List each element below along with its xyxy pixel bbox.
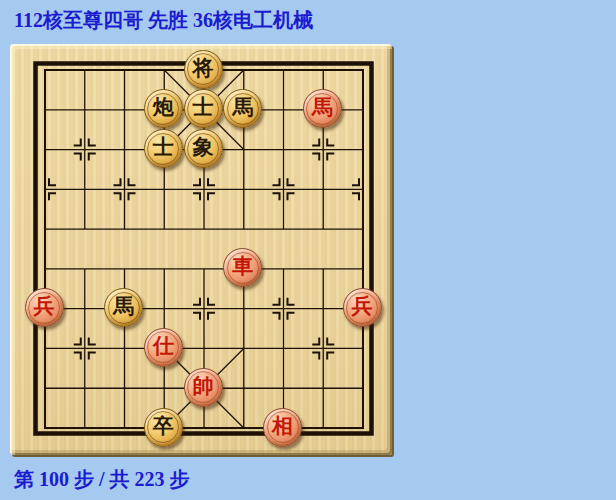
piece-red-chariot[interactable]: 車 xyxy=(223,248,262,287)
match-title: 112核至尊四哥 先胜 36核电工机械 xyxy=(14,7,313,34)
piece-red-soldier[interactable]: 兵 xyxy=(25,288,64,327)
piece-character: 馬 xyxy=(232,97,253,118)
piece-red-advisor[interactable]: 仕 xyxy=(144,328,183,367)
piece-black-general[interactable]: 将 xyxy=(184,50,223,89)
piece-black-advisor[interactable]: 士 xyxy=(184,89,223,128)
piece-character: 仕 xyxy=(153,336,174,357)
piece-black-horse[interactable]: 馬 xyxy=(104,288,143,327)
piece-black-cannon[interactable]: 炮 xyxy=(144,89,183,128)
piece-black-advisor[interactable]: 士 xyxy=(144,129,183,168)
piece-character: 象 xyxy=(193,137,214,158)
piece-red-soldier[interactable]: 兵 xyxy=(343,288,382,327)
xiangqi-board: 将炮士馬馬士象車兵馬兵仕帥卒相 xyxy=(10,44,392,455)
piece-character: 士 xyxy=(193,97,214,118)
piece-character: 士 xyxy=(153,137,174,158)
piece-character: 兵 xyxy=(34,296,55,317)
piece-character: 帥 xyxy=(193,376,214,397)
piece-black-horse[interactable]: 馬 xyxy=(223,89,262,128)
piece-character: 将 xyxy=(193,58,214,79)
piece-red-general[interactable]: 帥 xyxy=(184,368,223,407)
piece-character: 兵 xyxy=(352,296,373,317)
piece-red-horse[interactable]: 馬 xyxy=(303,89,342,128)
app-window: 112核至尊四哥 先胜 36核电工机械 将炮士馬馬士象車兵馬兵仕帥卒相 第 10… xyxy=(0,0,616,500)
piece-red-elephant[interactable]: 相 xyxy=(263,408,302,447)
piece-character: 相 xyxy=(272,416,293,437)
piece-character: 馬 xyxy=(312,97,333,118)
piece-character: 卒 xyxy=(153,416,174,437)
move-counter: 第 100 步 / 共 223 步 xyxy=(14,466,190,493)
piece-character: 炮 xyxy=(153,97,174,118)
piece-character: 車 xyxy=(232,256,253,277)
piece-black-elephant[interactable]: 象 xyxy=(184,129,223,168)
pieces-layer: 将炮士馬馬士象車兵馬兵仕帥卒相 xyxy=(10,44,392,455)
piece-character: 馬 xyxy=(113,296,134,317)
piece-black-soldier[interactable]: 卒 xyxy=(144,408,183,447)
